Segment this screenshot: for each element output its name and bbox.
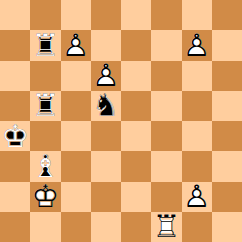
square-a5[interactable] <box>0 91 30 121</box>
square-g5[interactable] <box>182 91 212 121</box>
square-h6[interactable] <box>212 61 242 91</box>
black-king-icon: ♚ <box>0 121 30 151</box>
square-d4[interactable] <box>91 121 121 151</box>
square-a7[interactable] <box>0 30 30 60</box>
square-c4[interactable] <box>61 121 91 151</box>
square-b8[interactable] <box>30 0 60 30</box>
square-c6[interactable] <box>61 61 91 91</box>
square-f1[interactable]: ♜♖ <box>151 212 181 242</box>
square-a4[interactable]: ♚♔ <box>0 121 30 151</box>
square-f6[interactable] <box>151 61 181 91</box>
square-b2[interactable]: ♚♔ <box>30 182 60 212</box>
square-a6[interactable] <box>0 61 30 91</box>
square-d8[interactable] <box>91 0 121 30</box>
square-d6[interactable]: ♟♙ <box>91 61 121 91</box>
white-pawn-icon: ♟ <box>182 182 212 212</box>
square-h2[interactable] <box>212 182 242 212</box>
black-rook-outline-icon: ♖ <box>30 91 60 121</box>
white-king-icon: ♚ <box>30 182 60 212</box>
square-f2[interactable] <box>151 182 181 212</box>
square-g2[interactable]: ♟♙ <box>182 182 212 212</box>
square-d3[interactable] <box>91 151 121 181</box>
square-d7[interactable] <box>91 30 121 60</box>
square-e2[interactable] <box>121 182 151 212</box>
square-f4[interactable] <box>151 121 181 151</box>
square-h1[interactable] <box>212 212 242 242</box>
black-knight-icon: ♞ <box>91 91 121 121</box>
square-f7[interactable] <box>151 30 181 60</box>
square-f3[interactable] <box>151 151 181 181</box>
square-b4[interactable] <box>30 121 60 151</box>
black-rook-outline-icon: ♖ <box>30 30 60 60</box>
black-rook-icon: ♜ <box>30 91 60 121</box>
square-h4[interactable] <box>212 121 242 151</box>
black-rook-icon: ♜ <box>30 30 60 60</box>
square-c7[interactable]: ♟♙ <box>61 30 91 60</box>
square-g7[interactable]: ♟♙ <box>182 30 212 60</box>
white-pawn-outline-icon: ♙ <box>91 61 121 91</box>
square-a2[interactable] <box>0 182 30 212</box>
square-f8[interactable] <box>151 0 181 30</box>
square-g3[interactable] <box>182 151 212 181</box>
black-bishop-icon: ♝ <box>30 151 60 181</box>
square-e5[interactable] <box>121 91 151 121</box>
square-g1[interactable] <box>182 212 212 242</box>
square-h7[interactable] <box>212 30 242 60</box>
square-e1[interactable] <box>121 212 151 242</box>
square-g6[interactable] <box>182 61 212 91</box>
black-bishop-outline-icon: ♗ <box>30 151 60 181</box>
white-rook-outline-icon: ♖ <box>151 212 181 242</box>
white-pawn-outline-icon: ♙ <box>61 30 91 60</box>
white-king-outline-icon: ♔ <box>30 182 60 212</box>
square-a1[interactable] <box>0 212 30 242</box>
square-b3[interactable]: ♝♗ <box>30 151 60 181</box>
square-h3[interactable] <box>212 151 242 181</box>
black-knight-outline-icon: ♘ <box>91 91 121 121</box>
square-h8[interactable] <box>212 0 242 30</box>
square-c3[interactable] <box>61 151 91 181</box>
white-pawn-icon: ♟ <box>182 30 212 60</box>
white-pawn-outline-icon: ♙ <box>182 30 212 60</box>
square-e8[interactable] <box>121 0 151 30</box>
square-d1[interactable] <box>91 212 121 242</box>
white-pawn-icon: ♟ <box>91 61 121 91</box>
square-c5[interactable] <box>61 91 91 121</box>
square-a8[interactable] <box>0 0 30 30</box>
square-d5[interactable]: ♞♘ <box>91 91 121 121</box>
square-b7[interactable]: ♜♖ <box>30 30 60 60</box>
square-d2[interactable] <box>91 182 121 212</box>
square-c8[interactable] <box>61 0 91 30</box>
square-a3[interactable] <box>0 151 30 181</box>
white-pawn-outline-icon: ♙ <box>182 182 212 212</box>
square-g8[interactable] <box>182 0 212 30</box>
square-e6[interactable] <box>121 61 151 91</box>
white-pawn-icon: ♟ <box>61 30 91 60</box>
square-h5[interactable] <box>212 91 242 121</box>
square-b5[interactable]: ♜♖ <box>30 91 60 121</box>
square-f5[interactable] <box>151 91 181 121</box>
square-b6[interactable] <box>30 61 60 91</box>
square-e4[interactable] <box>121 121 151 151</box>
square-e3[interactable] <box>121 151 151 181</box>
square-c2[interactable] <box>61 182 91 212</box>
square-c1[interactable] <box>61 212 91 242</box>
square-e7[interactable] <box>121 30 151 60</box>
square-b1[interactable] <box>30 212 60 242</box>
white-rook-icon: ♜ <box>151 212 181 242</box>
chess-board: ♜♖♟♙♟♙♟♙♜♖♞♘♚♔♝♗♚♔♟♙♜♖ <box>0 0 242 242</box>
square-g4[interactable] <box>182 121 212 151</box>
black-king-outline-icon: ♔ <box>0 121 30 151</box>
